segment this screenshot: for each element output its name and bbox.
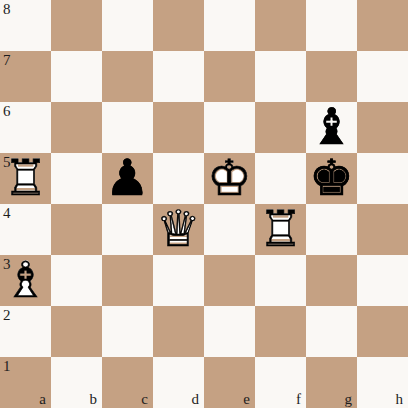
square-b1[interactable]: b [51, 357, 102, 408]
square-e7[interactable] [204, 51, 255, 102]
square-h5[interactable] [357, 153, 408, 204]
square-c3[interactable] [102, 255, 153, 306]
square-g1[interactable]: g [306, 357, 357, 408]
file-label-e: e [243, 392, 250, 407]
square-h1[interactable]: h [357, 357, 408, 408]
piece-outline: ♗ [0, 255, 51, 306]
white-rook-f4[interactable]: ♜♖ [255, 204, 306, 255]
square-h7[interactable] [357, 51, 408, 102]
square-d7[interactable] [153, 51, 204, 102]
piece-outline: ♚ [306, 153, 357, 204]
piece-outline: ♖ [0, 153, 51, 204]
square-b6[interactable] [51, 102, 102, 153]
square-g3[interactable] [306, 255, 357, 306]
square-b3[interactable] [51, 255, 102, 306]
square-c1[interactable]: c [102, 357, 153, 408]
square-h8[interactable] [357, 0, 408, 51]
square-c8[interactable] [102, 0, 153, 51]
square-c6[interactable] [102, 102, 153, 153]
square-f2[interactable] [255, 306, 306, 357]
square-c2[interactable] [102, 306, 153, 357]
square-a6[interactable]: 6 [0, 102, 51, 153]
rank-label-1: 1 [3, 359, 11, 374]
square-b4[interactable] [51, 204, 102, 255]
file-label-d: d [192, 392, 200, 407]
black-pawn-c5[interactable]: ♟♟ [102, 153, 153, 204]
white-rook-a5[interactable]: ♜♖ [0, 153, 51, 204]
square-f8[interactable] [255, 0, 306, 51]
file-label-a: a [39, 392, 46, 407]
square-a4[interactable]: 4 [0, 204, 51, 255]
square-a2[interactable]: 2 [0, 306, 51, 357]
square-a8[interactable]: 8 [0, 0, 51, 51]
square-g2[interactable] [306, 306, 357, 357]
black-bishop-g6[interactable]: ♝♝ [306, 102, 357, 153]
square-e6[interactable] [204, 102, 255, 153]
square-b2[interactable] [51, 306, 102, 357]
white-king-e5[interactable]: ♚♔ [204, 153, 255, 204]
square-d8[interactable] [153, 0, 204, 51]
white-queen-d4[interactable]: ♛♕ [153, 204, 204, 255]
file-label-h: h [396, 392, 404, 407]
square-g4[interactable] [306, 204, 357, 255]
piece-outline: ♕ [153, 204, 204, 255]
square-c7[interactable] [102, 51, 153, 102]
rank-label-8: 8 [3, 2, 11, 17]
square-h4[interactable] [357, 204, 408, 255]
white-bishop-a3[interactable]: ♝♗ [0, 255, 51, 306]
square-c4[interactable] [102, 204, 153, 255]
square-a1[interactable]: 1a [0, 357, 51, 408]
square-d6[interactable] [153, 102, 204, 153]
rank-label-2: 2 [3, 308, 11, 323]
square-e2[interactable] [204, 306, 255, 357]
square-d1[interactable]: d [153, 357, 204, 408]
square-d5[interactable] [153, 153, 204, 204]
black-king-g5[interactable]: ♚♚ [306, 153, 357, 204]
square-b8[interactable] [51, 0, 102, 51]
square-f6[interactable] [255, 102, 306, 153]
chess-board: 87654321abcdefgh ♜♖♟♟♚♔♚♚♝♝♛♕♜♖♝♗ [0, 0, 408, 408]
square-d2[interactable] [153, 306, 204, 357]
square-a7[interactable]: 7 [0, 51, 51, 102]
rank-label-7: 7 [3, 53, 11, 68]
square-d3[interactable] [153, 255, 204, 306]
square-b7[interactable] [51, 51, 102, 102]
square-e8[interactable] [204, 0, 255, 51]
piece-outline: ♟ [102, 153, 153, 204]
square-h6[interactable] [357, 102, 408, 153]
file-label-c: c [141, 392, 148, 407]
square-f5[interactable] [255, 153, 306, 204]
piece-outline: ♝ [306, 102, 357, 153]
square-h3[interactable] [357, 255, 408, 306]
rank-label-6: 6 [3, 104, 11, 119]
file-label-f: f [296, 392, 301, 407]
piece-outline: ♖ [255, 204, 306, 255]
square-b5[interactable] [51, 153, 102, 204]
rank-label-4: 4 [3, 206, 11, 221]
square-e1[interactable]: e [204, 357, 255, 408]
square-g8[interactable] [306, 0, 357, 51]
square-e3[interactable] [204, 255, 255, 306]
file-label-b: b [90, 392, 98, 407]
square-h2[interactable] [357, 306, 408, 357]
file-label-g: g [345, 392, 353, 407]
square-g7[interactable] [306, 51, 357, 102]
square-e4[interactable] [204, 204, 255, 255]
square-f7[interactable] [255, 51, 306, 102]
square-f3[interactable] [255, 255, 306, 306]
piece-outline: ♔ [204, 153, 255, 204]
square-f1[interactable]: f [255, 357, 306, 408]
